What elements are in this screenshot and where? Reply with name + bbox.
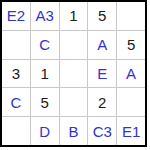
cell-r2c2[interactable]: C xyxy=(31,31,59,59)
cell-r4c4[interactable]: 2 xyxy=(88,88,116,116)
cell-r1c2[interactable]: A3 xyxy=(31,2,59,30)
cell-r2c3[interactable] xyxy=(60,31,88,59)
cell-r1c3[interactable]: 1 xyxy=(60,2,88,30)
cell-r5c1[interactable] xyxy=(2,117,30,145)
cell-r3c1[interactable]: 3 xyxy=(2,60,30,88)
cell-r4c3[interactable] xyxy=(60,88,88,116)
cell-r5c4[interactable]: C3 xyxy=(88,117,116,145)
cell-r1c5[interactable] xyxy=(117,2,145,30)
cell-r4c2[interactable]: 5 xyxy=(31,88,59,116)
cell-r3c2[interactable]: 1 xyxy=(31,60,59,88)
cell-r5c2[interactable]: D xyxy=(31,117,59,145)
cell-r3c5[interactable]: A xyxy=(117,60,145,88)
puzzle-board: E2A315CA531EAC52DBC3E1 xyxy=(0,0,147,147)
cell-r2c1[interactable] xyxy=(2,31,30,59)
cell-r3c4[interactable]: E xyxy=(88,60,116,88)
cell-r2c5[interactable]: 5 xyxy=(117,31,145,59)
cell-r1c4[interactable]: 5 xyxy=(88,2,116,30)
cell-r3c3[interactable] xyxy=(60,60,88,88)
cell-r1c1[interactable]: E2 xyxy=(2,2,30,30)
cell-r4c1[interactable]: C xyxy=(2,88,30,116)
cell-r2c4[interactable]: A xyxy=(88,31,116,59)
cell-r4c5[interactable] xyxy=(117,88,145,116)
cell-r5c5[interactable]: E1 xyxy=(117,117,145,145)
cell-r5c3[interactable]: B xyxy=(60,117,88,145)
